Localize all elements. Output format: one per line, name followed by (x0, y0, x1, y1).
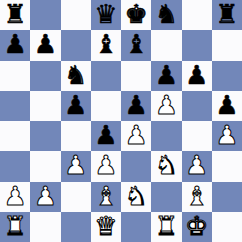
square-e2[interactable]: ♞ (121, 182, 151, 212)
square-d5[interactable] (91, 91, 121, 121)
square-g2[interactable]: ♝ (182, 182, 212, 212)
black-rook-icon: ♜ (215, 0, 238, 29)
square-e7[interactable]: ♝ (121, 30, 151, 60)
square-b2[interactable]: ♟ (30, 182, 60, 212)
black-pawn-icon: ♟ (34, 30, 57, 59)
square-f6[interactable]: ♟ (151, 61, 181, 91)
black-pawn-icon: ♟ (215, 91, 238, 120)
white-bishop-icon: ♝ (185, 182, 208, 211)
black-rook-icon: ♜ (3, 0, 26, 29)
square-f8[interactable]: ♞ (151, 0, 181, 30)
black-pawn-icon: ♟ (94, 121, 117, 150)
white-pawn-icon: ♟ (215, 121, 238, 150)
square-b6[interactable] (30, 61, 60, 91)
square-d2[interactable]: ♝ (91, 182, 121, 212)
black-pawn-icon: ♟ (185, 61, 208, 90)
white-rook-icon: ♜ (155, 212, 178, 241)
square-h4[interactable]: ♟ (212, 121, 242, 151)
white-pawn-icon: ♟ (124, 121, 147, 150)
square-d4[interactable]: ♟ (91, 121, 121, 151)
square-d7[interactable]: ♝ (91, 30, 121, 60)
white-bishop-icon: ♝ (94, 182, 117, 211)
square-h3[interactable] (212, 151, 242, 181)
square-e6[interactable] (121, 61, 151, 91)
square-g5[interactable] (182, 91, 212, 121)
square-b3[interactable] (30, 151, 60, 181)
square-g6[interactable]: ♟ (182, 61, 212, 91)
square-f2[interactable] (151, 182, 181, 212)
square-e3[interactable] (121, 151, 151, 181)
square-a7[interactable]: ♟ (0, 30, 30, 60)
square-a6[interactable] (0, 61, 30, 91)
white-rook-icon: ♜ (3, 212, 26, 241)
black-pawn-icon: ♟ (155, 61, 178, 90)
black-knight-icon: ♞ (155, 0, 178, 29)
square-f3[interactable]: ♞ (151, 151, 181, 181)
square-c2[interactable] (61, 182, 91, 212)
square-g7[interactable] (182, 30, 212, 60)
white-queen-icon: ♛ (94, 212, 117, 241)
white-knight-icon: ♞ (155, 151, 178, 180)
square-e8[interactable]: ♚ (121, 0, 151, 30)
square-e1[interactable] (121, 212, 151, 242)
square-h2[interactable] (212, 182, 242, 212)
white-pawn-icon: ♟ (64, 151, 87, 180)
square-b8[interactable] (30, 0, 60, 30)
white-pawn-icon: ♟ (155, 91, 178, 120)
square-e4[interactable]: ♟ (121, 121, 151, 151)
white-king-icon: ♚ (185, 212, 208, 241)
white-pawn-icon: ♟ (3, 182, 26, 211)
square-c3[interactable]: ♟ (61, 151, 91, 181)
square-h1[interactable] (212, 212, 242, 242)
square-c6[interactable]: ♞ (61, 61, 91, 91)
square-h5[interactable]: ♟ (212, 91, 242, 121)
square-a3[interactable] (0, 151, 30, 181)
black-queen-icon: ♛ (94, 0, 117, 29)
square-f4[interactable] (151, 121, 181, 151)
square-e5[interactable]: ♟ (121, 91, 151, 121)
square-d8[interactable]: ♛ (91, 0, 121, 30)
white-knight-icon: ♞ (124, 182, 147, 211)
square-c1[interactable] (61, 212, 91, 242)
chess-board: ♜♛♚♞♜♟♟♝♝♞♟♟♟♟♟♟♟♟♟♟♟♞♟♟♟♝♞♝♜♛♜♚ (0, 0, 242, 242)
square-a1[interactable]: ♜ (0, 212, 30, 242)
black-king-icon: ♚ (124, 0, 147, 29)
square-f7[interactable] (151, 30, 181, 60)
square-h7[interactable] (212, 30, 242, 60)
black-knight-icon: ♞ (64, 61, 87, 90)
black-pawn-icon: ♟ (64, 91, 87, 120)
square-d3[interactable]: ♟ (91, 151, 121, 181)
square-d1[interactable]: ♛ (91, 212, 121, 242)
square-g1[interactable]: ♚ (182, 212, 212, 242)
square-h8[interactable]: ♜ (212, 0, 242, 30)
square-h6[interactable] (212, 61, 242, 91)
square-g8[interactable] (182, 0, 212, 30)
square-c5[interactable]: ♟ (61, 91, 91, 121)
square-b7[interactable]: ♟ (30, 30, 60, 60)
square-c8[interactable] (61, 0, 91, 30)
square-a8[interactable]: ♜ (0, 0, 30, 30)
black-bishop-icon: ♝ (94, 30, 117, 59)
square-a5[interactable] (0, 91, 30, 121)
square-a2[interactable]: ♟ (0, 182, 30, 212)
square-b4[interactable] (30, 121, 60, 151)
square-b1[interactable] (30, 212, 60, 242)
square-c4[interactable] (61, 121, 91, 151)
black-bishop-icon: ♝ (124, 30, 147, 59)
square-a4[interactable] (0, 121, 30, 151)
square-g4[interactable] (182, 121, 212, 151)
square-f5[interactable]: ♟ (151, 91, 181, 121)
square-d6[interactable] (91, 61, 121, 91)
square-f1[interactable]: ♜ (151, 212, 181, 242)
square-g3[interactable]: ♟ (182, 151, 212, 181)
black-pawn-icon: ♟ (3, 30, 26, 59)
square-c7[interactable] (61, 30, 91, 60)
white-pawn-icon: ♟ (34, 182, 57, 211)
white-pawn-icon: ♟ (94, 151, 117, 180)
white-pawn-icon: ♟ (185, 151, 208, 180)
black-pawn-icon: ♟ (124, 91, 147, 120)
square-b5[interactable] (30, 91, 60, 121)
